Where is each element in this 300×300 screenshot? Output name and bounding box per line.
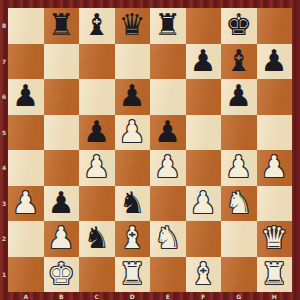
rank-label-7: 7 bbox=[0, 44, 8, 80]
square-e7[interactable] bbox=[150, 44, 186, 80]
square-b1[interactable]: ♚ bbox=[44, 257, 80, 293]
square-a7[interactable] bbox=[8, 44, 44, 80]
rank-label-2: 2 bbox=[0, 221, 8, 257]
square-b7[interactable] bbox=[44, 44, 80, 80]
square-e6[interactable] bbox=[150, 79, 186, 115]
board-frame: 87654321 ♜♝♛♜♚♟♝♟♟♟♟♟♟♟♟♟♟♟♟♟♞♟♞♟♞♝♞♛♚♜♝… bbox=[0, 0, 300, 300]
square-a3[interactable]: ♟ bbox=[8, 186, 44, 222]
square-g5[interactable] bbox=[221, 115, 257, 151]
piece-bR-b8: ♜ bbox=[48, 8, 75, 42]
piece-wQ-h2: ♛ bbox=[261, 221, 288, 255]
square-h1[interactable]: ♜ bbox=[257, 257, 293, 293]
square-a6[interactable]: ♟ bbox=[8, 79, 44, 115]
piece-bB-g7: ♝ bbox=[225, 44, 252, 78]
square-d5[interactable]: ♟ bbox=[115, 115, 151, 151]
piece-bP-e5: ♟ bbox=[154, 115, 181, 149]
square-d4[interactable] bbox=[115, 150, 151, 186]
square-d2[interactable]: ♝ bbox=[115, 221, 151, 257]
piece-bQ-d8: ♛ bbox=[119, 8, 146, 42]
piece-wB-d2: ♝ bbox=[119, 221, 146, 255]
square-f4[interactable] bbox=[186, 150, 222, 186]
piece-wP-c4: ♟ bbox=[83, 150, 110, 184]
square-b2[interactable]: ♟ bbox=[44, 221, 80, 257]
piece-wP-h4: ♟ bbox=[261, 150, 288, 184]
square-e3[interactable] bbox=[150, 186, 186, 222]
square-h7[interactable]: ♟ bbox=[257, 44, 293, 80]
square-h2[interactable]: ♛ bbox=[257, 221, 293, 257]
piece-bR-e8: ♜ bbox=[154, 8, 181, 42]
rank-label-6: 6 bbox=[0, 79, 8, 115]
square-f5[interactable] bbox=[186, 115, 222, 151]
square-c7[interactable] bbox=[79, 44, 115, 80]
file-label-h: H bbox=[257, 292, 293, 300]
square-f6[interactable] bbox=[186, 79, 222, 115]
piece-bP-f7: ♟ bbox=[190, 44, 217, 78]
piece-bP-a6: ♟ bbox=[12, 79, 39, 113]
piece-bK-g8: ♚ bbox=[225, 8, 252, 42]
piece-wP-d5: ♟ bbox=[119, 115, 146, 149]
piece-bP-h7: ♟ bbox=[261, 44, 288, 78]
file-label-c: C bbox=[79, 292, 115, 300]
square-e4[interactable]: ♟ bbox=[150, 150, 186, 186]
piece-wR-h1: ♜ bbox=[261, 257, 288, 291]
square-d6[interactable]: ♟ bbox=[115, 79, 151, 115]
square-f7[interactable]: ♟ bbox=[186, 44, 222, 80]
piece-wB-f1: ♝ bbox=[190, 257, 217, 291]
square-d3[interactable]: ♞ bbox=[115, 186, 151, 222]
square-g4[interactable]: ♟ bbox=[221, 150, 257, 186]
square-d1[interactable]: ♜ bbox=[115, 257, 151, 293]
square-f1[interactable]: ♝ bbox=[186, 257, 222, 293]
file-label-g: G bbox=[221, 292, 257, 300]
square-g8[interactable]: ♚ bbox=[221, 8, 257, 44]
piece-bN-c2: ♞ bbox=[83, 221, 110, 255]
piece-bP-b3: ♟ bbox=[48, 186, 75, 220]
rank-label-8: 8 bbox=[0, 8, 8, 44]
square-g7[interactable]: ♝ bbox=[221, 44, 257, 80]
square-c5[interactable]: ♟ bbox=[79, 115, 115, 151]
square-b8[interactable]: ♜ bbox=[44, 8, 80, 44]
rank-label-4: 4 bbox=[0, 150, 8, 186]
square-e5[interactable]: ♟ bbox=[150, 115, 186, 151]
square-c8[interactable]: ♝ bbox=[79, 8, 115, 44]
piece-wP-g4: ♟ bbox=[225, 150, 252, 184]
square-e8[interactable]: ♜ bbox=[150, 8, 186, 44]
rank-label-1: 1 bbox=[0, 257, 8, 293]
square-a8[interactable] bbox=[8, 8, 44, 44]
square-a4[interactable] bbox=[8, 150, 44, 186]
piece-bP-d6: ♟ bbox=[119, 79, 146, 113]
square-h5[interactable] bbox=[257, 115, 293, 151]
square-a2[interactable] bbox=[8, 221, 44, 257]
square-f3[interactable]: ♟ bbox=[186, 186, 222, 222]
square-h4[interactable]: ♟ bbox=[257, 150, 293, 186]
square-g1[interactable] bbox=[221, 257, 257, 293]
square-h6[interactable] bbox=[257, 79, 293, 115]
square-c2[interactable]: ♞ bbox=[79, 221, 115, 257]
square-b3[interactable]: ♟ bbox=[44, 186, 80, 222]
file-label-e: E bbox=[150, 292, 186, 300]
square-c3[interactable] bbox=[79, 186, 115, 222]
rank-label-5: 5 bbox=[0, 115, 8, 151]
square-d7[interactable] bbox=[115, 44, 151, 80]
rank-label-3: 3 bbox=[0, 186, 8, 222]
piece-wP-f3: ♟ bbox=[190, 186, 217, 220]
square-c1[interactable] bbox=[79, 257, 115, 293]
piece-wP-e4: ♟ bbox=[154, 150, 181, 184]
square-c4[interactable]: ♟ bbox=[79, 150, 115, 186]
square-b6[interactable] bbox=[44, 79, 80, 115]
rank-labels: 87654321 bbox=[0, 8, 8, 292]
piece-bP-c5: ♟ bbox=[83, 115, 110, 149]
piece-bN-d3: ♞ bbox=[119, 186, 146, 220]
file-labels: ABCDEFGH bbox=[8, 292, 292, 300]
square-e1[interactable] bbox=[150, 257, 186, 293]
square-g3[interactable]: ♞ bbox=[221, 186, 257, 222]
square-d8[interactable]: ♛ bbox=[115, 8, 151, 44]
square-f2[interactable] bbox=[186, 221, 222, 257]
piece-wP-b2: ♟ bbox=[48, 221, 75, 255]
file-label-b: B bbox=[44, 292, 80, 300]
piece-bB-c8: ♝ bbox=[83, 8, 110, 42]
square-a1[interactable] bbox=[8, 257, 44, 293]
piece-wK-b1: ♚ bbox=[48, 257, 75, 291]
square-a5[interactable] bbox=[8, 115, 44, 151]
square-e2[interactable]: ♞ bbox=[150, 221, 186, 257]
square-b4[interactable] bbox=[44, 150, 80, 186]
piece-wN-g3: ♞ bbox=[225, 186, 252, 220]
square-h3[interactable] bbox=[257, 186, 293, 222]
file-label-d: D bbox=[115, 292, 151, 300]
square-b5[interactable] bbox=[44, 115, 80, 151]
file-label-f: F bbox=[186, 292, 222, 300]
piece-bP-g6: ♟ bbox=[225, 79, 252, 113]
square-h8[interactable] bbox=[257, 8, 293, 44]
square-c6[interactable] bbox=[79, 79, 115, 115]
piece-wP-a3: ♟ bbox=[12, 186, 39, 220]
square-f8[interactable] bbox=[186, 8, 222, 44]
piece-wR-d1: ♜ bbox=[119, 257, 146, 291]
chess-board: ♜♝♛♜♚♟♝♟♟♟♟♟♟♟♟♟♟♟♟♟♞♟♞♟♞♝♞♛♚♜♝♜ bbox=[8, 8, 292, 292]
file-label-a: A bbox=[8, 292, 44, 300]
piece-wN-e2: ♞ bbox=[154, 221, 181, 255]
square-g6[interactable]: ♟ bbox=[221, 79, 257, 115]
square-g2[interactable] bbox=[221, 221, 257, 257]
